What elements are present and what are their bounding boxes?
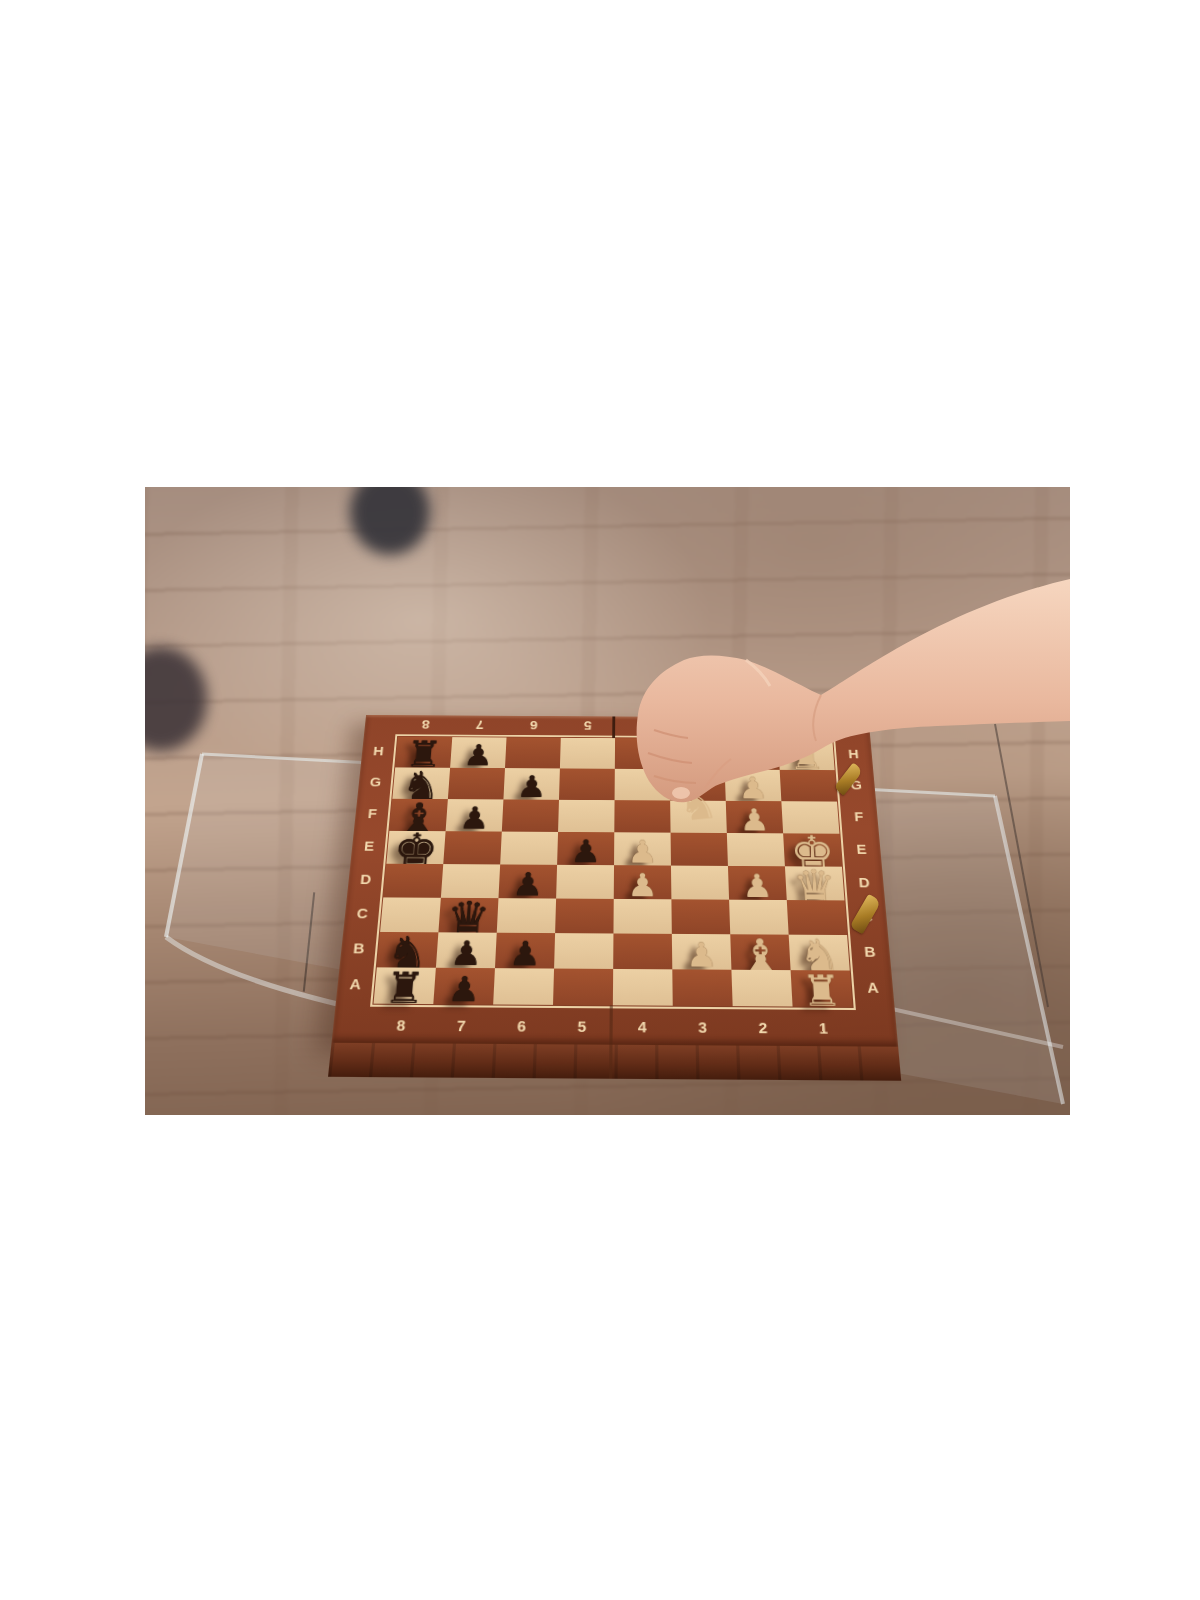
label-left-E: E — [358, 838, 379, 854]
square-d3 — [671, 866, 729, 900]
square-e6 — [500, 832, 558, 865]
square-g1 — [780, 770, 837, 802]
square-h2: ♟ — [724, 739, 780, 770]
label-top-3: 3 — [686, 719, 705, 733]
chess-board: ♜♟♟♜♞♟♟♝♟♞♟♚♟♟♚♟♟♟♛♛♞♟♟♟♝♞♜♟♜ 8765432187… — [328, 715, 901, 1081]
label-bottom-3: 3 — [692, 1018, 714, 1036]
square-h7: ♟ — [450, 737, 506, 768]
square-c6 — [497, 898, 556, 933]
piece-bP-h7: ♟ — [450, 741, 506, 770]
label-left-H: H — [368, 743, 389, 758]
piece-wQ-d1: ♛ — [785, 870, 844, 902]
label-right-H: H — [843, 746, 863, 761]
label-left-F: F — [362, 806, 383, 821]
square-c4 — [613, 899, 671, 934]
piece-wP-d2: ♟ — [728, 870, 787, 902]
label-right-E: E — [851, 841, 872, 857]
label-left-D: D — [355, 871, 377, 887]
square-b6: ♟ — [495, 933, 555, 969]
square-g2: ♟ — [725, 769, 782, 801]
piece-bQ-c7: ♛ — [438, 902, 498, 935]
square-a2 — [731, 970, 792, 1007]
label-bottom-6: 6 — [511, 1017, 533, 1035]
piece-wP-d4: ♟ — [614, 869, 672, 901]
square-e8: ♚ — [386, 831, 445, 864]
square-a6 — [493, 968, 554, 1005]
square-b2: ♝ — [730, 934, 790, 970]
label-bottom-2: 2 — [752, 1019, 774, 1037]
square-c3 — [671, 899, 730, 934]
piece-wR-h1: ♜ — [778, 743, 835, 772]
piece-wP-e4: ♟ — [614, 836, 671, 868]
square-h3 — [669, 738, 724, 769]
square-b7: ♟ — [436, 932, 497, 968]
label-right-D: D — [854, 874, 875, 890]
piece-bP-a7: ♟ — [433, 972, 495, 1007]
square-g6: ♟ — [503, 768, 559, 800]
piece-wB-b2: ♝ — [730, 938, 790, 972]
square-a1: ♜ — [791, 970, 853, 1007]
label-right-B: B — [859, 943, 881, 960]
label-bottom-5: 5 — [571, 1017, 592, 1035]
square-e3 — [671, 833, 728, 866]
square-c5 — [555, 899, 614, 934]
label-top-7: 7 — [470, 718, 490, 732]
board-box-side — [328, 1043, 901, 1081]
square-c7: ♛ — [438, 898, 498, 933]
square-a4 — [613, 969, 673, 1006]
piece-bP-b6: ♟ — [495, 937, 555, 971]
square-f3: ♞ — [670, 801, 727, 833]
square-b5 — [554, 933, 613, 969]
square-h5 — [560, 738, 615, 769]
square-a7: ♟ — [433, 968, 495, 1005]
square-f6 — [502, 799, 559, 831]
piece-wR-a1: ♜ — [791, 974, 853, 1009]
label-top-8: 8 — [416, 718, 436, 732]
square-d4: ♟ — [614, 865, 672, 899]
piece-bR-a8: ♜ — [373, 971, 435, 1006]
label-left-G: G — [365, 774, 386, 789]
square-b1: ♞ — [789, 935, 850, 971]
label-right-A: A — [862, 979, 884, 996]
piece-wP-g2: ♟ — [725, 773, 782, 803]
square-d8 — [383, 864, 443, 898]
square-a5 — [553, 969, 613, 1006]
square-a3 — [672, 969, 732, 1006]
piece-wP-h2: ♟ — [724, 742, 780, 771]
square-d2: ♟ — [728, 866, 787, 900]
piece-wP-b3: ♟ — [672, 938, 732, 972]
label-bottom-1: 1 — [812, 1019, 834, 1037]
square-f7: ♟ — [446, 799, 504, 831]
product-photo: ♜♟♟♜♞♟♟♝♟♞♟♚♟♟♚♟♟♟♛♛♞♟♟♟♝♞♜♟♜ 8765432187… — [145, 487, 1070, 1115]
label-right-F: F — [848, 809, 869, 824]
label-left-C: C — [352, 905, 374, 921]
square-d6: ♟ — [498, 864, 557, 898]
label-top-5: 5 — [578, 719, 597, 733]
square-f4 — [614, 800, 670, 832]
label-top-6: 6 — [524, 718, 544, 732]
label-top-1: 1 — [794, 720, 814, 734]
board-grid: ♜♟♟♜♞♟♟♝♟♞♟♚♟♟♚♟♟♟♛♛♞♟♟♟♝♞♜♟♜ — [373, 737, 852, 1007]
square-d1: ♛ — [785, 866, 845, 900]
square-b8: ♞ — [377, 932, 439, 968]
square-e5: ♟ — [557, 832, 614, 865]
piece-bP-b7: ♟ — [436, 936, 497, 970]
square-d5 — [556, 865, 614, 899]
piece-bP-f7: ♟ — [445, 803, 503, 834]
label-bottom-7: 7 — [450, 1017, 472, 1035]
square-b4 — [613, 933, 672, 969]
piece-bP-d6: ♟ — [498, 868, 557, 900]
square-g4 — [615, 769, 671, 801]
square-a8: ♜ — [373, 967, 435, 1004]
label-top-2: 2 — [740, 720, 760, 734]
label-bottom-8: 8 — [390, 1016, 413, 1034]
label-bottom-4: 4 — [632, 1018, 653, 1036]
square-h1: ♜ — [778, 739, 835, 770]
piece-bK-e8: ♚ — [386, 834, 445, 865]
piece-wN-f3: ♞ — [668, 788, 728, 824]
label-top-4: 4 — [632, 719, 651, 733]
square-e4: ♟ — [614, 832, 671, 865]
square-b3: ♟ — [672, 934, 732, 970]
label-left-A: A — [344, 975, 367, 992]
piece-wP-f2: ♟ — [726, 804, 783, 835]
square-e7 — [443, 831, 502, 864]
square-g5 — [559, 768, 615, 800]
piece-bP-e5: ♟ — [557, 836, 614, 868]
label-left-B: B — [348, 940, 370, 957]
square-e2 — [727, 833, 785, 866]
square-f5 — [558, 800, 615, 832]
square-g7 — [448, 768, 505, 800]
square-h4 — [615, 738, 670, 769]
square-f2: ♟ — [726, 801, 783, 834]
piece-bP-g6: ♟ — [503, 772, 559, 802]
square-h6 — [505, 737, 561, 768]
